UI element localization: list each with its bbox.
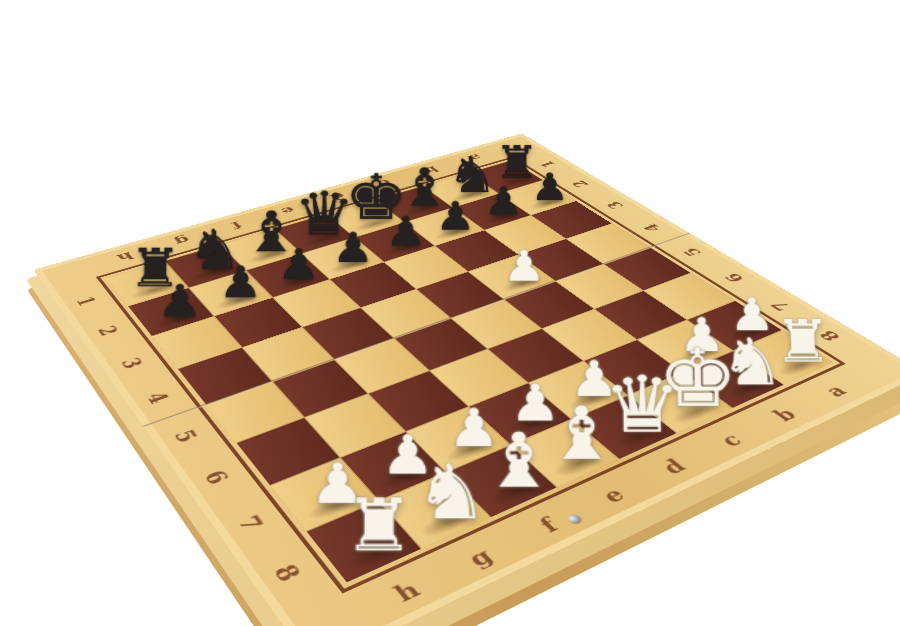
coordinate-label-5: 5 — [678, 246, 706, 258]
piece-white-knight-g8: ♞ — [414, 458, 489, 527]
coordinate-label-c: c — [714, 429, 747, 450]
piece-black-pawn-d2: ♟ — [385, 214, 426, 251]
coordinate-label-6: 6 — [720, 271, 749, 284]
coordinate-label-4: 4 — [639, 222, 666, 234]
product-photo-canvas: hgfedcba 12345678 ♜♞♝♛♚♝♞♜♟♟♟♟♟♟♟♟♟♟♟♟♟♟… — [0, 0, 900, 626]
coordinate-label-4: 4 — [142, 389, 176, 407]
piece-black-pawn-e2: ♟ — [332, 230, 374, 268]
board-top-face: hgfedcba 12345678 ♜♞♝♛♚♝♞♜♟♟♟♟♟♟♟♟♟♟♟♟♟♟… — [33, 133, 900, 626]
squares-grid: ♜♞♝♛♚♝♞♜♟♟♟♟♟♟♟♟♟♟♟♟♟♟♟♟♜♞♝♝♛♚♞♜ — [106, 161, 833, 583]
coordinate-label-5: 5 — [169, 426, 204, 446]
coordinate-label-2: 2 — [568, 179, 593, 189]
coordinate-label-8: 8 — [269, 560, 309, 586]
coordinate-label-a: a — [819, 381, 852, 400]
coordinate-label-2: 2 — [93, 323, 124, 338]
coordinate-label-e: e — [596, 483, 630, 507]
piece-black-pawn-h2: ♟ — [157, 282, 202, 323]
piece-black-pawn-a2: ♟ — [531, 171, 569, 205]
coordinate-label-1: 1 — [72, 294, 102, 308]
coordinate-label-3: 3 — [117, 355, 149, 372]
piece-black-pawn-f2: ♟ — [277, 246, 320, 285]
coordinate-label-g: g — [462, 543, 498, 571]
piece-white-pawn-c4: ♟ — [503, 247, 546, 286]
coordinate-label-h: h — [388, 576, 425, 606]
coordinate-label-f: f — [534, 513, 564, 537]
coordinate-label-b: b — [767, 404, 801, 425]
coordinate-label-d: d — [656, 455, 691, 478]
piece-black-pawn-b2: ♟ — [484, 184, 523, 219]
piece-black-pawn-g2: ♟ — [219, 263, 263, 303]
chess-board: hgfedcba 12345678 ♜♞♝♛♚♝♞♜♟♟♟♟♟♟♟♟♟♟♟♟♟♟… — [33, 133, 900, 626]
coordinate-label-7: 7 — [232, 511, 270, 535]
coordinate-label-3: 3 — [602, 200, 628, 211]
piece-white-bishop-f8: ♝ — [481, 427, 557, 497]
piece-black-pawn-c2: ♟ — [436, 199, 476, 235]
piece-white-rook-h8: ♜ — [343, 493, 415, 560]
coordinate-label-6: 6 — [199, 466, 236, 488]
square-e5 — [394, 318, 486, 370]
